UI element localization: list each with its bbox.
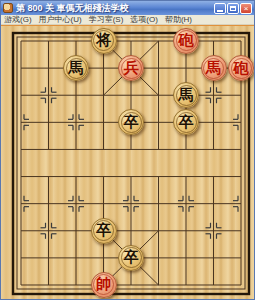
piece-black-pawn[interactable]: 卒 <box>118 109 144 135</box>
piece-red-soldier[interactable]: 兵 <box>118 55 144 81</box>
menu-bar: 游戏(G) 用户中心(U) 学习室(S) 选项(O) 帮助(H) <box>1 15 254 25</box>
pieces-layer: 将砲馬兵馬砲馬卒卒卒卒帥 <box>7 27 255 298</box>
piece-red-general[interactable]: 帥 <box>91 272 117 298</box>
maximize-button[interactable] <box>227 3 239 14</box>
window-title: 第 800 关 車傌无相殘法学校 <box>16 1 214 15</box>
menu-options[interactable]: 选项(O) <box>130 15 158 25</box>
piece-black-horse[interactable]: 馬 <box>173 82 199 108</box>
piece-red-cannon[interactable]: 砲 <box>173 28 199 54</box>
app-window: 第 800 关 車傌无相殘法学校 × 游戏(G) 用户中心(U) 学习室(S) … <box>0 0 255 300</box>
app-icon <box>3 3 13 13</box>
window-controls: × <box>214 3 252 14</box>
minimize-icon <box>217 10 223 12</box>
piece-black-pawn[interactable]: 卒 <box>118 245 144 271</box>
menu-study[interactable]: 学习室(S) <box>89 15 124 25</box>
menu-game[interactable]: 游戏(G) <box>4 15 32 25</box>
xiangqi-board: 将砲馬兵馬砲馬卒卒卒卒帥 <box>1 25 255 299</box>
piece-red-horse[interactable]: 馬 <box>201 55 227 81</box>
title-bar: 第 800 关 車傌无相殘法学校 × <box>1 1 254 15</box>
piece-red-cannon[interactable]: 砲 <box>228 55 254 81</box>
close-button[interactable]: × <box>240 3 252 14</box>
minimize-button[interactable] <box>214 3 226 14</box>
piece-black-general[interactable]: 将 <box>91 28 117 54</box>
menu-user-center[interactable]: 用户中心(U) <box>39 15 82 25</box>
piece-black-horse[interactable]: 馬 <box>63 55 89 81</box>
piece-black-pawn[interactable]: 卒 <box>91 218 117 244</box>
menu-help[interactable]: 帮助(H) <box>165 15 192 25</box>
piece-black-pawn[interactable]: 卒 <box>173 109 199 135</box>
maximize-icon <box>230 6 236 11</box>
